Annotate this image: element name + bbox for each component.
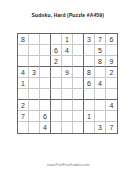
cell-r3c6[interactable] <box>73 56 84 67</box>
cell-r2c5[interactable]: 4 <box>62 45 73 56</box>
cell-r7c7[interactable] <box>84 100 95 111</box>
cell-r4c2[interactable]: 3 <box>29 67 40 78</box>
cell-r4c8[interactable] <box>95 67 106 78</box>
cell-r7c4[interactable] <box>51 100 62 111</box>
cell-r1c4[interactable] <box>51 34 62 45</box>
cell-r5c7[interactable]: 6 <box>84 78 95 89</box>
cell-r8c9[interactable] <box>106 111 117 122</box>
cell-r3c7[interactable] <box>84 56 95 67</box>
cell-r7c1[interactable]: 2 <box>18 100 29 111</box>
cell-r1c2[interactable] <box>29 34 40 45</box>
cell-r9c9[interactable]: 7 <box>106 122 117 133</box>
cell-r7c9[interactable]: 4 <box>106 100 117 111</box>
cell-r1c3[interactable] <box>40 34 51 45</box>
cell-r5c9[interactable] <box>106 78 117 89</box>
cell-r9c8[interactable]: 3 <box>95 122 106 133</box>
cell-r6c2[interactable] <box>29 89 40 100</box>
cell-r9c2[interactable] <box>29 122 40 133</box>
cell-r2c3[interactable] <box>40 45 51 56</box>
cell-r2c6[interactable] <box>73 45 84 56</box>
cell-r6c7[interactable] <box>84 89 95 100</box>
cell-r1c6[interactable] <box>73 34 84 45</box>
cell-r6c8[interactable] <box>95 89 106 100</box>
cell-r2c8[interactable]: 5 <box>95 45 106 56</box>
cell-r9c6[interactable] <box>73 122 84 133</box>
cell-r7c5[interactable] <box>62 100 73 111</box>
cell-r4c3[interactable] <box>40 67 51 78</box>
cell-r2c7[interactable] <box>84 45 95 56</box>
cell-r8c2[interactable] <box>29 111 40 122</box>
cell-r4c5[interactable]: 9 <box>62 67 73 78</box>
cell-r5c3[interactable] <box>40 78 51 89</box>
cell-r7c2[interactable] <box>29 100 40 111</box>
cell-r8c6[interactable] <box>73 111 84 122</box>
cell-r8c1[interactable]: 7 <box>18 111 29 122</box>
sudoku-sheet: Sudoku, Hard (Puzzle #A459) 813766452894… <box>0 0 136 176</box>
cell-r2c2[interactable] <box>29 45 40 56</box>
cell-r5c8[interactable]: 4 <box>95 78 106 89</box>
cell-r3c4[interactable]: 2 <box>51 56 62 67</box>
cell-r4c4[interactable] <box>51 67 62 78</box>
cell-r7c8[interactable] <box>95 100 106 111</box>
cell-r2c1[interactable] <box>18 45 29 56</box>
cell-r3c2[interactable] <box>29 56 40 67</box>
cell-r1c5[interactable]: 1 <box>62 34 73 45</box>
cell-r9c1[interactable] <box>18 122 29 133</box>
footer-url: www.PrintFreeSudoku.com <box>47 162 89 166</box>
cell-r4c7[interactable]: 8 <box>84 67 95 78</box>
cell-r6c1[interactable] <box>18 89 29 100</box>
puzzle-title-text: Sudoku, Hard (Puzzle #A459) <box>32 12 104 18</box>
cell-r2c9[interactable] <box>106 45 117 56</box>
cell-r5c4[interactable] <box>51 78 62 89</box>
cell-r4c9[interactable]: 2 <box>106 67 117 78</box>
cell-r9c3[interactable]: 4 <box>40 122 51 133</box>
cell-r1c9[interactable]: 6 <box>106 34 117 45</box>
cell-r3c8[interactable]: 8 <box>95 56 106 67</box>
cell-r8c7[interactable]: 1 <box>84 111 95 122</box>
cell-r7c6[interactable] <box>73 100 84 111</box>
cell-r6c5[interactable] <box>62 89 73 100</box>
cell-r9c4[interactable] <box>51 122 62 133</box>
cell-r3c9[interactable]: 9 <box>106 56 117 67</box>
cell-r9c5[interactable] <box>62 122 73 133</box>
cell-r6c4[interactable] <box>51 89 62 100</box>
cell-r8c8[interactable] <box>95 111 106 122</box>
cell-r8c3[interactable]: 6 <box>40 111 51 122</box>
cell-r6c6[interactable] <box>73 89 84 100</box>
cell-r1c8[interactable]: 7 <box>95 34 106 45</box>
cell-r5c1[interactable]: 1 <box>18 78 29 89</box>
cell-r8c5[interactable] <box>62 111 73 122</box>
cell-r6c9[interactable] <box>106 89 117 100</box>
cell-r1c1[interactable]: 8 <box>18 34 29 45</box>
cell-r1c7[interactable]: 3 <box>84 34 95 45</box>
cell-r3c3[interactable] <box>40 56 51 67</box>
cell-r8c4[interactable] <box>51 111 62 122</box>
sudoku-board: 813766452894398216424761437 <box>17 33 118 134</box>
cell-r9c7[interactable] <box>84 122 95 133</box>
cell-r6c3[interactable] <box>40 89 51 100</box>
cell-r5c6[interactable] <box>73 78 84 89</box>
cell-r4c6[interactable] <box>73 67 84 78</box>
page-title: Sudoku, Hard (Puzzle #A459) <box>0 10 136 20</box>
cell-r2c4[interactable]: 6 <box>51 45 62 56</box>
cell-r3c5[interactable] <box>62 56 73 67</box>
cell-r7c3[interactable] <box>40 100 51 111</box>
cell-r4c1[interactable]: 4 <box>18 67 29 78</box>
cell-r5c5[interactable] <box>62 78 73 89</box>
cell-r3c1[interactable] <box>18 56 29 67</box>
footer: www.PrintFreeSudoku.com <box>0 160 136 168</box>
cell-r5c2[interactable] <box>29 78 40 89</box>
